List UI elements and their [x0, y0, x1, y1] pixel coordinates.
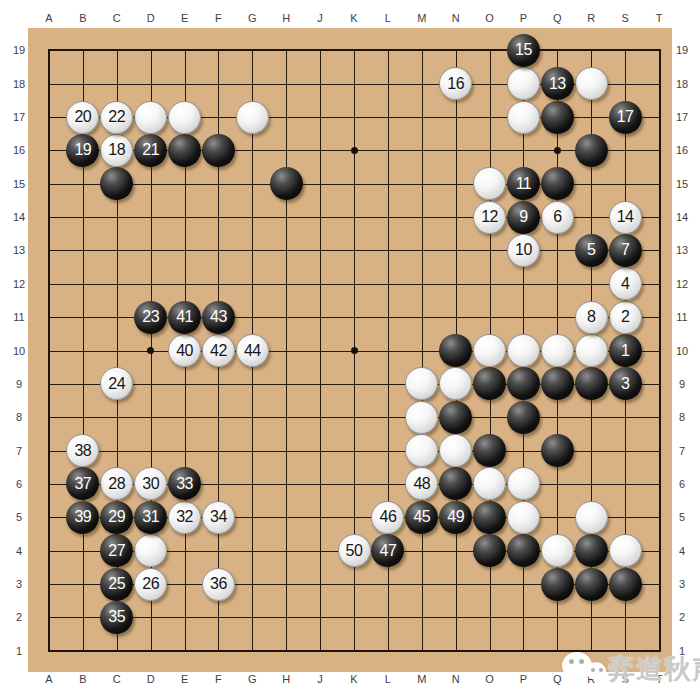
col-label-bottom-D: D	[140, 672, 162, 686]
stone-white-R5	[575, 501, 608, 534]
col-label-top-Q: Q	[546, 11, 568, 25]
col-label-bottom-P: P	[512, 672, 534, 686]
col-label-top-R: R	[580, 11, 602, 25]
col-label-top-P: P	[512, 11, 534, 25]
col-label-bottom-M: M	[411, 672, 433, 686]
move-number: 21	[142, 142, 159, 158]
move-number: 29	[108, 509, 125, 525]
stone-black-N10	[439, 334, 472, 367]
move-number: 10	[515, 242, 532, 258]
row-label-right-13: 13	[671, 243, 693, 257]
stone-white-S12: 4	[609, 267, 642, 300]
col-label-top-L: L	[377, 11, 399, 25]
row-label-right-5: 5	[671, 510, 693, 524]
stone-white-P13: 10	[507, 234, 540, 267]
col-label-top-O: O	[479, 11, 501, 25]
row-label-left-6: 6	[8, 477, 30, 491]
row-label-right-8: 8	[671, 410, 693, 424]
stone-white-E17	[168, 101, 201, 134]
stone-black-S3	[609, 568, 642, 601]
row-label-left-3: 3	[8, 577, 30, 591]
move-number: 30	[142, 476, 159, 492]
row-label-right-19: 19	[671, 43, 693, 57]
row-label-right-14: 14	[671, 210, 693, 224]
stone-black-P4	[507, 534, 540, 567]
col-label-bottom-B: B	[72, 672, 94, 686]
row-label-left-10: 10	[8, 344, 30, 358]
stone-black-D16: 21	[134, 134, 167, 167]
stone-black-Q3	[541, 568, 574, 601]
stone-white-C16: 18	[100, 134, 133, 167]
stone-black-D11: 23	[134, 301, 167, 334]
stone-black-N8	[439, 401, 472, 434]
stone-white-Q10	[541, 334, 574, 367]
move-number: 9	[519, 209, 527, 225]
row-label-left-9: 9	[8, 377, 30, 391]
stone-white-L5: 46	[371, 501, 404, 534]
col-label-top-K: K	[343, 11, 365, 25]
stone-white-D3: 26	[134, 568, 167, 601]
col-label-bottom-G: G	[241, 672, 263, 686]
stone-black-O5	[473, 501, 506, 534]
stone-white-O10	[473, 334, 506, 367]
col-label-top-T: T	[648, 11, 670, 25]
row-label-left-11: 11	[8, 310, 30, 324]
move-number: 26	[142, 576, 159, 592]
move-number: 47	[379, 543, 396, 559]
stone-black-P14: 9	[507, 201, 540, 234]
move-number: 41	[176, 309, 193, 325]
col-label-bottom-F: F	[207, 672, 229, 686]
stone-white-D17	[134, 101, 167, 134]
row-label-left-1: 1	[8, 644, 30, 658]
col-label-top-E: E	[174, 11, 196, 25]
move-number: 14	[617, 209, 634, 225]
stone-white-S4	[609, 534, 642, 567]
stone-white-P17	[507, 101, 540, 134]
col-label-top-F: F	[207, 11, 229, 25]
stone-white-R11: 8	[575, 301, 608, 334]
stone-black-D5: 31	[134, 501, 167, 534]
stone-black-C3: 25	[100, 568, 133, 601]
stone-white-G10: 44	[236, 334, 269, 367]
move-number: 24	[108, 376, 125, 392]
stone-white-C17: 22	[100, 101, 133, 134]
move-number: 5	[587, 242, 595, 258]
col-label-bottom-E: E	[174, 672, 196, 686]
stone-black-P15: 11	[507, 167, 540, 200]
col-label-bottom-N: N	[445, 672, 467, 686]
move-number: 4	[621, 276, 629, 292]
stone-white-Q14: 6	[541, 201, 574, 234]
move-number: 33	[176, 476, 193, 492]
stone-white-P5	[507, 501, 540, 534]
move-number: 16	[447, 76, 464, 92]
move-number: 8	[587, 309, 595, 325]
move-number: 25	[108, 576, 125, 592]
star-point-K10	[351, 347, 358, 354]
col-label-bottom-A: A	[38, 672, 60, 686]
row-label-right-9: 9	[671, 377, 693, 391]
stone-black-R4	[575, 534, 608, 567]
stone-black-C2: 35	[100, 601, 133, 634]
stone-black-P19: 15	[507, 34, 540, 67]
stone-white-G17	[236, 101, 269, 134]
row-label-right-18: 18	[671, 77, 693, 91]
stone-black-E16	[168, 134, 201, 167]
col-label-top-D: D	[140, 11, 162, 25]
move-number: 1	[621, 343, 629, 359]
stone-black-P8	[507, 401, 540, 434]
row-label-right-16: 16	[671, 143, 693, 157]
col-label-bottom-J: J	[309, 672, 331, 686]
row-label-right-12: 12	[671, 277, 693, 291]
col-label-bottom-H: H	[275, 672, 297, 686]
move-number: 46	[379, 509, 396, 525]
stone-black-R3	[575, 568, 608, 601]
stone-white-E10: 40	[168, 334, 201, 367]
stone-black-B5: 39	[66, 501, 99, 534]
stone-white-R18	[575, 67, 608, 100]
move-number: 19	[74, 142, 91, 158]
col-label-bottom-K: K	[343, 672, 365, 686]
stone-black-S13: 7	[609, 234, 642, 267]
move-number: 37	[74, 476, 91, 492]
move-number: 35	[108, 609, 125, 625]
move-number: 11	[516, 176, 532, 192]
move-number: 18	[108, 142, 125, 158]
col-label-bottom-L: L	[377, 672, 399, 686]
col-label-top-N: N	[445, 11, 467, 25]
stone-black-R9	[575, 367, 608, 400]
move-number: 3	[621, 376, 629, 392]
move-number: 36	[210, 576, 227, 592]
stone-white-R10	[575, 334, 608, 367]
col-label-top-G: G	[241, 11, 263, 25]
move-number: 12	[481, 209, 498, 225]
move-number: 15	[515, 42, 532, 58]
stone-black-E11: 41	[168, 301, 201, 334]
move-number: 27	[108, 543, 125, 559]
move-number: 28	[108, 476, 125, 492]
stone-black-N5: 49	[439, 501, 472, 534]
stone-black-Q7	[541, 434, 574, 467]
col-label-top-B: B	[72, 11, 94, 25]
move-number: 2	[621, 309, 629, 325]
stone-white-B17: 20	[66, 101, 99, 134]
star-point-K16	[351, 147, 358, 154]
stone-white-M8	[405, 401, 438, 434]
stone-white-S14: 14	[609, 201, 642, 234]
stone-black-F16	[202, 134, 235, 167]
move-number: 20	[74, 109, 91, 125]
stone-black-Q15	[541, 167, 574, 200]
go-diagram-page: AABBCCDDEEFFGGHHJJKKLLMMNNOOPPQQRRSSTT19…	[0, 0, 700, 700]
stone-white-S11: 2	[609, 301, 642, 334]
stone-white-P18	[507, 67, 540, 100]
move-number: 42	[210, 343, 227, 359]
move-number: 32	[176, 509, 193, 525]
stone-black-H15	[270, 167, 303, 200]
watermark: 弈道秋声	[560, 644, 700, 692]
row-label-left-8: 8	[8, 410, 30, 424]
row-label-right-11: 11	[671, 310, 693, 324]
move-number: 48	[413, 476, 430, 492]
stone-white-F3: 36	[202, 568, 235, 601]
stone-black-R16	[575, 134, 608, 167]
row-label-left-2: 2	[8, 610, 30, 624]
row-label-left-5: 5	[8, 510, 30, 524]
stone-black-O7	[473, 434, 506, 467]
move-number: 50	[346, 543, 363, 559]
stone-black-M5: 45	[405, 501, 438, 534]
stone-black-S17: 17	[609, 101, 642, 134]
stone-black-F11: 43	[202, 301, 235, 334]
row-label-left-14: 14	[8, 210, 30, 224]
move-number: 6	[553, 209, 561, 225]
col-label-top-A: A	[38, 11, 60, 25]
move-number: 43	[210, 309, 227, 325]
row-label-left-4: 4	[8, 544, 30, 558]
stone-white-F10: 42	[202, 334, 235, 367]
stone-white-K4: 50	[338, 534, 371, 567]
stone-black-S9: 3	[609, 367, 642, 400]
row-label-right-17: 17	[671, 110, 693, 124]
stone-black-C5: 29	[100, 501, 133, 534]
stone-white-F5: 34	[202, 501, 235, 534]
move-number: 44	[244, 343, 261, 359]
row-label-right-10: 10	[671, 344, 693, 358]
row-label-right-4: 4	[671, 544, 693, 558]
row-label-right-3: 3	[671, 577, 693, 591]
move-number: 45	[413, 509, 430, 525]
row-label-left-7: 7	[8, 444, 30, 458]
move-number: 22	[108, 109, 125, 125]
watermark-text: 弈道秋声	[608, 651, 700, 687]
col-label-top-M: M	[411, 11, 433, 25]
row-label-right-7: 7	[671, 444, 693, 458]
move-number: 13	[549, 76, 566, 92]
col-label-top-H: H	[275, 11, 297, 25]
row-label-right-15: 15	[671, 177, 693, 191]
move-number: 34	[210, 509, 227, 525]
row-label-left-12: 12	[8, 277, 30, 291]
stone-black-R13: 5	[575, 234, 608, 267]
row-label-left-15: 15	[8, 177, 30, 191]
stone-white-O14: 12	[473, 201, 506, 234]
move-number: 17	[617, 109, 634, 125]
col-label-bottom-C: C	[106, 672, 128, 686]
star-point-Q16	[554, 147, 561, 154]
col-label-top-C: C	[106, 11, 128, 25]
move-number: 23	[142, 309, 159, 325]
stone-white-P10	[507, 334, 540, 367]
row-label-left-19: 19	[8, 43, 30, 57]
stone-white-Q4	[541, 534, 574, 567]
move-number: 31	[142, 509, 159, 525]
col-label-top-S: S	[614, 11, 636, 25]
row-label-left-13: 13	[8, 243, 30, 257]
col-label-bottom-O: O	[479, 672, 501, 686]
row-label-right-6: 6	[671, 477, 693, 491]
stone-black-Q18: 13	[541, 67, 574, 100]
stone-black-S10: 1	[609, 334, 642, 367]
stone-black-Q17	[541, 101, 574, 134]
move-number: 49	[447, 509, 464, 525]
row-label-right-2: 2	[671, 610, 693, 624]
row-label-left-17: 17	[8, 110, 30, 124]
row-label-left-16: 16	[8, 143, 30, 157]
move-number: 7	[621, 242, 629, 258]
move-number: 39	[74, 509, 91, 525]
move-number: 40	[176, 343, 193, 359]
col-label-top-J: J	[309, 11, 331, 25]
row-label-left-18: 18	[8, 77, 30, 91]
stone-white-E5: 32	[168, 501, 201, 534]
move-number: 38	[74, 443, 91, 459]
